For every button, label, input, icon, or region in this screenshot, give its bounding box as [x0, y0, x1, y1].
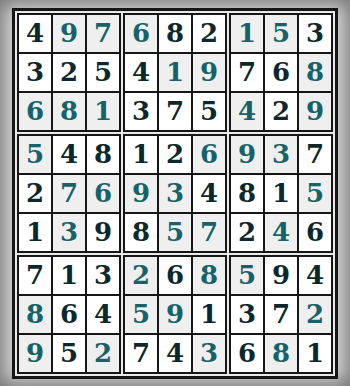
- cell-r9c3[interactable]: 2: [87, 335, 119, 372]
- cell-r6c4[interactable]: 8: [125, 214, 157, 251]
- cell-r1c5[interactable]: 8: [159, 15, 191, 52]
- cell-r4c3[interactable]: 8: [87, 136, 119, 173]
- cell-r8c1[interactable]: 8: [19, 296, 51, 333]
- cell-r7c7[interactable]: 5: [231, 257, 263, 294]
- cell-r6c8[interactable]: 4: [265, 214, 297, 251]
- cell-r1c6[interactable]: 2: [193, 15, 225, 52]
- sudoku-box-9: 594372681: [229, 255, 333, 374]
- cell-r9c4[interactable]: 7: [125, 335, 157, 372]
- page-background: 4973256816824193751537684295482761391269…: [0, 0, 350, 386]
- cell-r2c4[interactable]: 4: [125, 54, 157, 91]
- cell-r2c7[interactable]: 7: [231, 54, 263, 91]
- sudoku-box-4: 548276139: [17, 134, 121, 253]
- cell-r9c7[interactable]: 6: [231, 335, 263, 372]
- cell-r4c4[interactable]: 1: [125, 136, 157, 173]
- cell-r7c4[interactable]: 2: [125, 257, 157, 294]
- cell-r4c6[interactable]: 6: [193, 136, 225, 173]
- cell-r3c7[interactable]: 4: [231, 93, 263, 130]
- cell-r3c8[interactable]: 2: [265, 93, 297, 130]
- cell-r1c3[interactable]: 7: [87, 15, 119, 52]
- cell-r2c9[interactable]: 8: [299, 54, 331, 91]
- cell-r1c2[interactable]: 9: [53, 15, 85, 52]
- sudoku-box-2: 682419375: [123, 13, 227, 132]
- cell-r4c9[interactable]: 7: [299, 136, 331, 173]
- sudoku-box-3: 153768429: [229, 13, 333, 132]
- cell-r1c9[interactable]: 3: [299, 15, 331, 52]
- cell-r4c8[interactable]: 3: [265, 136, 297, 173]
- cell-r4c7[interactable]: 9: [231, 136, 263, 173]
- cell-r9c8[interactable]: 8: [265, 335, 297, 372]
- cell-r4c5[interactable]: 2: [159, 136, 191, 173]
- cell-r7c5[interactable]: 6: [159, 257, 191, 294]
- sudoku-box-1: 497325681: [17, 13, 121, 132]
- cell-r3c9[interactable]: 9: [299, 93, 331, 130]
- cell-r5c5[interactable]: 3: [159, 175, 191, 212]
- cell-r5c3[interactable]: 6: [87, 175, 119, 212]
- cell-r8c7[interactable]: 3: [231, 296, 263, 333]
- cell-r7c8[interactable]: 9: [265, 257, 297, 294]
- cell-r5c9[interactable]: 5: [299, 175, 331, 212]
- cell-r6c3[interactable]: 9: [87, 214, 119, 251]
- cell-r8c9[interactable]: 2: [299, 296, 331, 333]
- cell-r1c1[interactable]: 4: [19, 15, 51, 52]
- cell-r3c6[interactable]: 5: [193, 93, 225, 130]
- cell-r3c5[interactable]: 7: [159, 93, 191, 130]
- cell-r9c1[interactable]: 9: [19, 335, 51, 372]
- cell-r2c6[interactable]: 9: [193, 54, 225, 91]
- cell-r3c3[interactable]: 1: [87, 93, 119, 130]
- cell-r1c4[interactable]: 6: [125, 15, 157, 52]
- cell-r7c2[interactable]: 1: [53, 257, 85, 294]
- cell-r2c8[interactable]: 6: [265, 54, 297, 91]
- sudoku-box-5: 126934857: [123, 134, 227, 253]
- cell-r5c8[interactable]: 1: [265, 175, 297, 212]
- cell-r7c6[interactable]: 8: [193, 257, 225, 294]
- cell-r8c4[interactable]: 5: [125, 296, 157, 333]
- cell-r2c2[interactable]: 2: [53, 54, 85, 91]
- sudoku-box-6: 937815246: [229, 134, 333, 253]
- cell-r6c5[interactable]: 5: [159, 214, 191, 251]
- cell-r2c1[interactable]: 3: [19, 54, 51, 91]
- sudoku-box-8: 268591743: [123, 255, 227, 374]
- cell-r1c7[interactable]: 1: [231, 15, 263, 52]
- cell-r2c5[interactable]: 1: [159, 54, 191, 91]
- cell-r2c3[interactable]: 5: [87, 54, 119, 91]
- cell-r6c9[interactable]: 6: [299, 214, 331, 251]
- cell-r1c8[interactable]: 5: [265, 15, 297, 52]
- cell-r6c7[interactable]: 2: [231, 214, 263, 251]
- cell-r6c2[interactable]: 3: [53, 214, 85, 251]
- cell-r5c6[interactable]: 4: [193, 175, 225, 212]
- cell-r6c1[interactable]: 1: [19, 214, 51, 251]
- cell-r7c9[interactable]: 4: [299, 257, 331, 294]
- cell-r9c6[interactable]: 3: [193, 335, 225, 372]
- cell-r3c1[interactable]: 6: [19, 93, 51, 130]
- cell-r4c2[interactable]: 4: [53, 136, 85, 173]
- cell-r9c2[interactable]: 5: [53, 335, 85, 372]
- cell-r3c2[interactable]: 8: [53, 93, 85, 130]
- cell-r9c5[interactable]: 4: [159, 335, 191, 372]
- sudoku-box-7: 713864952: [17, 255, 121, 374]
- cell-r8c3[interactable]: 4: [87, 296, 119, 333]
- cell-r3c4[interactable]: 3: [125, 93, 157, 130]
- sudoku-board: 4973256816824193751537684295482761391269…: [12, 8, 338, 379]
- cell-r8c5[interactable]: 9: [159, 296, 191, 333]
- cell-r8c2[interactable]: 6: [53, 296, 85, 333]
- cell-r7c1[interactable]: 7: [19, 257, 51, 294]
- cell-r5c7[interactable]: 8: [231, 175, 263, 212]
- cell-r8c8[interactable]: 7: [265, 296, 297, 333]
- cell-r6c6[interactable]: 7: [193, 214, 225, 251]
- cell-r7c3[interactable]: 3: [87, 257, 119, 294]
- cell-r5c2[interactable]: 7: [53, 175, 85, 212]
- cell-r8c6[interactable]: 1: [193, 296, 225, 333]
- cell-r5c1[interactable]: 2: [19, 175, 51, 212]
- cell-r9c9[interactable]: 1: [299, 335, 331, 372]
- cell-r4c1[interactable]: 5: [19, 136, 51, 173]
- cell-r5c4[interactable]: 9: [125, 175, 157, 212]
